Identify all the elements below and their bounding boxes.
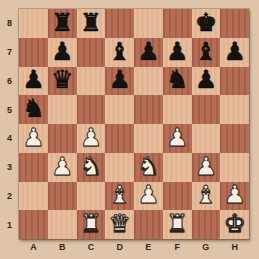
square-a7[interactable] [19, 38, 48, 67]
square-a5[interactable]: ♞ [19, 95, 48, 124]
piece-white-pawn-b3[interactable]: ♟ [51, 154, 73, 179]
piece-white-queen-d1[interactable]: ♛ [108, 211, 130, 236]
square-b2[interactable] [48, 182, 77, 211]
piece-black-rook-b8[interactable]: ♜ [51, 10, 73, 35]
square-b6[interactable]: ♛ [48, 67, 77, 96]
square-h1[interactable]: ♚ [220, 210, 249, 239]
piece-white-pawn-g3[interactable]: ♟ [195, 154, 217, 179]
square-c7[interactable] [77, 38, 106, 67]
piece-white-king-h1[interactable]: ♚ [223, 211, 245, 236]
piece-white-rook-f1[interactable]: ♜ [166, 211, 188, 236]
file-label-a: A [19, 237, 48, 257]
square-b1[interactable] [48, 210, 77, 239]
rank-label-6: 6 [0, 67, 19, 96]
square-f5[interactable] [163, 95, 192, 124]
piece-black-bishop-g7[interactable]: ♝ [195, 39, 217, 64]
square-f2[interactable] [163, 182, 192, 211]
square-b4[interactable] [48, 124, 77, 153]
square-h8[interactable] [220, 9, 249, 38]
square-e4[interactable] [134, 124, 163, 153]
piece-white-pawn-h2[interactable]: ♟ [223, 182, 245, 207]
square-a1[interactable] [19, 210, 48, 239]
square-d1[interactable]: ♛ [105, 210, 134, 239]
piece-black-pawn-e7[interactable]: ♟ [137, 39, 159, 64]
piece-white-bishop-d2[interactable]: ♝ [108, 182, 130, 207]
rank-label-4: 4 [0, 124, 19, 153]
piece-black-pawn-f7[interactable]: ♟ [166, 39, 188, 64]
square-h7[interactable]: ♟ [220, 38, 249, 67]
piece-black-queen-b6[interactable]: ♛ [51, 67, 73, 92]
square-a2[interactable] [19, 182, 48, 211]
rank-label-5: 5 [0, 95, 19, 124]
square-f7[interactable]: ♟ [163, 38, 192, 67]
rank-labels: 87654321 [0, 9, 19, 239]
square-f1[interactable]: ♜ [163, 210, 192, 239]
square-g4[interactable] [192, 124, 221, 153]
piece-white-pawn-f4[interactable]: ♟ [166, 125, 188, 150]
file-label-f: F [163, 237, 192, 257]
rank-label-1: 1 [0, 210, 19, 239]
square-d4[interactable] [105, 124, 134, 153]
file-label-h: H [220, 237, 249, 257]
square-e3[interactable]: ♞ [134, 153, 163, 182]
square-e2[interactable]: ♟ [134, 182, 163, 211]
square-e7[interactable]: ♟ [134, 38, 163, 67]
square-g6[interactable]: ♟ [192, 67, 221, 96]
square-g1[interactable] [192, 210, 221, 239]
square-g5[interactable] [192, 95, 221, 124]
piece-white-bishop-g2[interactable]: ♝ [195, 182, 217, 207]
piece-black-king-g8[interactable]: ♚ [195, 10, 217, 35]
square-h6[interactable] [220, 67, 249, 96]
rank-label-2: 2 [0, 182, 19, 211]
piece-black-pawn-g6[interactable]: ♟ [195, 67, 217, 92]
file-labels: ABCDEFGH [19, 237, 249, 257]
chess-board-diagram: 87654321 ♜♜♚♟♝♟♟♝♟♟♛♟♞♟♞♟♟♟♟♞♞♟♝♟♝♟♜♛♜♚ … [0, 0, 259, 259]
square-h3[interactable] [220, 153, 249, 182]
piece-black-knight-f6[interactable]: ♞ [166, 67, 188, 92]
piece-black-pawn-d6[interactable]: ♟ [108, 67, 130, 92]
square-c5[interactable] [77, 95, 106, 124]
file-label-e: E [134, 237, 163, 257]
square-d5[interactable] [105, 95, 134, 124]
square-e5[interactable] [134, 95, 163, 124]
square-b7[interactable]: ♟ [48, 38, 77, 67]
square-d2[interactable]: ♝ [105, 182, 134, 211]
square-d6[interactable]: ♟ [105, 67, 134, 96]
square-h2[interactable]: ♟ [220, 182, 249, 211]
square-d3[interactable] [105, 153, 134, 182]
square-e6[interactable] [134, 67, 163, 96]
square-f8[interactable] [163, 9, 192, 38]
square-c1[interactable]: ♜ [77, 210, 106, 239]
square-a3[interactable] [19, 153, 48, 182]
square-b5[interactable] [48, 95, 77, 124]
piece-black-knight-a5[interactable]: ♞ [22, 96, 44, 121]
piece-black-rook-c8[interactable]: ♜ [80, 10, 102, 35]
square-e8[interactable] [134, 9, 163, 38]
file-label-g: G [192, 237, 221, 257]
square-h4[interactable] [220, 124, 249, 153]
square-d8[interactable] [105, 9, 134, 38]
piece-white-pawn-e2[interactable]: ♟ [137, 182, 159, 207]
square-c8[interactable]: ♜ [77, 9, 106, 38]
piece-white-pawn-c4[interactable]: ♟ [80, 125, 102, 150]
square-c6[interactable] [77, 67, 106, 96]
piece-white-rook-c1[interactable]: ♜ [80, 211, 102, 236]
square-d7[interactable]: ♝ [105, 38, 134, 67]
square-a8[interactable] [19, 9, 48, 38]
square-f4[interactable]: ♟ [163, 124, 192, 153]
rank-label-3: 3 [0, 153, 19, 182]
square-f6[interactable]: ♞ [163, 67, 192, 96]
square-g2[interactable]: ♝ [192, 182, 221, 211]
rank-label-8: 8 [0, 9, 19, 38]
piece-white-pawn-a4[interactable]: ♟ [22, 125, 44, 150]
square-c4[interactable]: ♟ [77, 124, 106, 153]
rank-label-7: 7 [0, 38, 19, 67]
piece-white-knight-e3[interactable]: ♞ [137, 154, 159, 179]
square-c3[interactable]: ♞ [77, 153, 106, 182]
piece-black-bishop-d7[interactable]: ♝ [108, 39, 130, 64]
file-label-b: B [48, 237, 77, 257]
file-label-d: D [105, 237, 134, 257]
square-h5[interactable] [220, 95, 249, 124]
square-g8[interactable]: ♚ [192, 9, 221, 38]
file-label-c: C [77, 237, 106, 257]
square-f3[interactable] [163, 153, 192, 182]
square-b3[interactable]: ♟ [48, 153, 77, 182]
square-e1[interactable] [134, 210, 163, 239]
square-g3[interactable]: ♟ [192, 153, 221, 182]
square-b8[interactable]: ♜ [48, 9, 77, 38]
square-g7[interactable]: ♝ [192, 38, 221, 67]
piece-black-pawn-a6[interactable]: ♟ [22, 67, 44, 92]
chess-board: ♜♜♚♟♝♟♟♝♟♟♛♟♞♟♞♟♟♟♟♞♞♟♝♟♝♟♜♛♜♚ [19, 9, 249, 239]
piece-white-knight-c3[interactable]: ♞ [80, 154, 102, 179]
piece-black-pawn-h7[interactable]: ♟ [223, 39, 245, 64]
square-a6[interactable]: ♟ [19, 67, 48, 96]
square-c2[interactable] [77, 182, 106, 211]
square-a4[interactable]: ♟ [19, 124, 48, 153]
piece-black-pawn-b7[interactable]: ♟ [51, 39, 73, 64]
